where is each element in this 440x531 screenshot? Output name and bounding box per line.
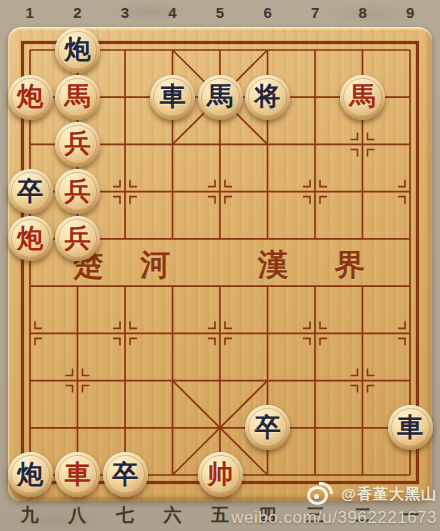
piece-black-cannon[interactable]: 炮 xyxy=(8,452,53,497)
piece-glyph: 卒 xyxy=(17,179,43,205)
piece-black-soldier[interactable]: 卒 xyxy=(103,452,148,497)
piece-red-horse[interactable]: 馬 xyxy=(55,75,100,120)
coord-label: 六 xyxy=(149,503,197,527)
pieces-grid: 炮炮馬車馬将馬兵卒兵炮兵卒車炮車卒帅 xyxy=(6,26,434,498)
piece-glyph: 車 xyxy=(397,415,423,441)
piece-black-chariot[interactable]: 車 xyxy=(388,405,433,450)
piece-glyph: 馬 xyxy=(350,84,376,110)
piece-glyph: 車 xyxy=(65,462,91,488)
piece-red-cannon[interactable]: 炮 xyxy=(8,216,53,261)
weibo-eye-icon xyxy=(306,482,334,506)
piece-red-soldier[interactable]: 兵 xyxy=(55,122,100,167)
piece-black-chariot[interactable]: 車 xyxy=(150,75,195,120)
piece-glyph: 車 xyxy=(160,84,186,110)
watermark-url: weibo.com/u/3962221673 xyxy=(231,508,437,528)
coord-label: 九 xyxy=(6,503,54,527)
piece-black-general[interactable]: 将 xyxy=(245,75,290,120)
coord-label: 7 xyxy=(291,4,339,21)
piece-red-cannon[interactable]: 炮 xyxy=(8,75,53,120)
piece-black-soldier[interactable]: 卒 xyxy=(245,405,290,450)
coord-label: 9 xyxy=(387,4,435,21)
piece-glyph: 馬 xyxy=(207,84,233,110)
coord-label: 5 xyxy=(196,4,244,21)
piece-glyph: 兵 xyxy=(65,131,91,157)
piece-glyph: 炮 xyxy=(17,84,43,110)
piece-glyph: 帅 xyxy=(207,462,233,488)
watermark-handle: @香堇大黑山 xyxy=(341,485,437,504)
watermark: @香堇大黑山 weibo.com/u/3962221673 xyxy=(231,482,437,528)
piece-red-chariot[interactable]: 車 xyxy=(55,452,100,497)
coord-label: 1 xyxy=(6,4,54,21)
piece-glyph: 炮 xyxy=(17,462,43,488)
coord-label: 4 xyxy=(149,4,197,21)
piece-glyph: 卒 xyxy=(255,415,281,441)
coord-label: 七 xyxy=(101,503,149,527)
piece-black-cannon[interactable]: 炮 xyxy=(55,28,100,73)
piece-glyph: 将 xyxy=(255,84,281,110)
coord-label: 6 xyxy=(244,4,292,21)
piece-glyph: 兵 xyxy=(65,179,91,205)
coord-label: 八 xyxy=(54,503,102,527)
piece-black-horse[interactable]: 馬 xyxy=(198,75,243,120)
piece-glyph: 炮 xyxy=(17,226,43,252)
piece-glyph: 炮 xyxy=(65,37,91,63)
xiangqi-app: 123456789 楚河 漢界 炮炮馬車馬将馬兵卒兵炮兵卒車炮車卒帅 九八七六五… xyxy=(0,0,440,531)
file-numbers-top: 123456789 xyxy=(6,4,434,21)
piece-red-soldier[interactable]: 兵 xyxy=(55,169,100,214)
piece-glyph: 卒 xyxy=(112,462,138,488)
coord-label: 2 xyxy=(54,4,102,21)
coord-label: 8 xyxy=(339,4,387,21)
coord-label: 3 xyxy=(101,4,149,21)
piece-glyph: 馬 xyxy=(65,84,91,110)
piece-red-soldier[interactable]: 兵 xyxy=(55,216,100,261)
piece-glyph: 兵 xyxy=(65,226,91,252)
piece-black-soldier[interactable]: 卒 xyxy=(8,169,53,214)
piece-red-horse[interactable]: 馬 xyxy=(340,75,385,120)
